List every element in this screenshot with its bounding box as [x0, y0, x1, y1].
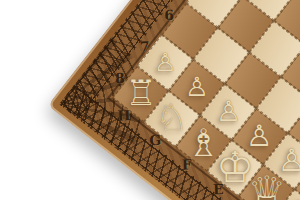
piece-f7-black-pawn: ♙: [216, 98, 241, 126]
piece-d7-black-pawn: ♙: [277, 146, 300, 177]
piece-h7-black-pawn: ♙: [154, 50, 176, 75]
piece-h8-black-rook: ♖: [125, 77, 156, 112]
piece-f8-black-bishop: ♗: [186, 124, 220, 162]
chess-board: ABCDEFGH 87654321 ♖♘♗♕♔♗♘♖♙♙♙♙♙♙♙♙♙♙♙♙♙♙…: [48, 0, 300, 200]
piece-g8-black-knight: ♘: [156, 101, 189, 138]
board-frame: ABCDEFGH 87654321 ♖♘♗♕♔♗♘♖♙♙♙♙♙♙♙♙♙♙♙♙♙♙…: [48, 0, 300, 200]
board-squares: ♖♘♗♕♔♗♘♖♙♙♙♙♙♙♙♙♙♙♙♙♙♙♙♙♖♘♗♕♔♗♘♖: [112, 0, 300, 200]
piece-g7-black-pawn: ♙: [185, 74, 209, 101]
piece-e7-black-pawn: ♙: [246, 122, 272, 151]
carved-border: ABCDEFGH 87654321 ♖♘♗♕♔♗♘♖♙♙♙♙♙♙♙♙♙♙♙♙♙♙…: [59, 0, 300, 200]
photo-stage: ABCDEFGH 87654321 ♖♘♗♕♔♗♘♖♙♙♙♙♙♙♙♙♙♙♙♙♙♙…: [0, 0, 300, 200]
